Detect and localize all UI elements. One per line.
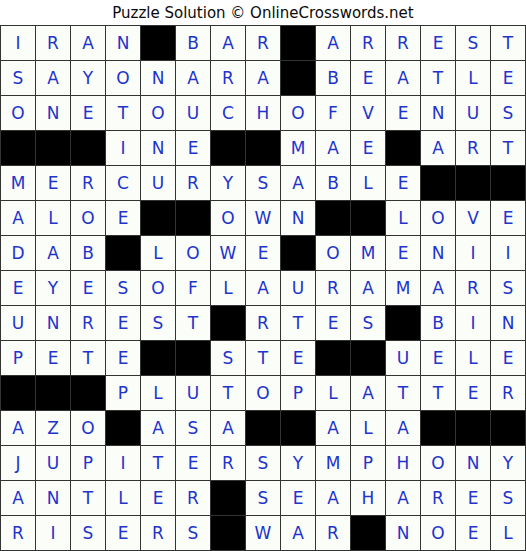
black-cell-r9c7: [211, 306, 245, 340]
grid-cell-r1c15[interactable]: T: [491, 26, 525, 60]
grid-cell-r5c12[interactable]: E: [386, 166, 420, 200]
black-cell-r10c10: [316, 341, 350, 375]
grid-cell-r6c7[interactable]: O: [211, 201, 245, 235]
grid-cell-r11c8[interactable]: O: [246, 376, 280, 410]
grid-cell-r7c3[interactable]: B: [71, 236, 105, 270]
grid-cell-r11c11[interactable]: A: [351, 376, 385, 410]
black-cell-r12c14: [456, 411, 490, 445]
grid-cell-r8c6[interactable]: F: [176, 271, 210, 305]
grid-cell-r2c14[interactable]: L: [456, 61, 490, 95]
grid-cell-r2c15[interactable]: E: [491, 61, 525, 95]
black-cell-r5c15: [491, 166, 525, 200]
grid-cell-r8c8[interactable]: A: [246, 271, 280, 305]
grid-cell-r12c10[interactable]: A: [316, 411, 350, 445]
grid-cell-r3c10[interactable]: F: [316, 96, 350, 130]
grid-cell-r14c15[interactable]: S: [491, 481, 525, 515]
grid-cell-r7c14[interactable]: I: [456, 236, 490, 270]
grid-cell-r13c5[interactable]: T: [141, 446, 175, 480]
grid-cell-r13c14[interactable]: N: [456, 446, 490, 480]
grid-cell-r4c4[interactable]: I: [106, 131, 140, 165]
black-cell-r6c5: [141, 201, 175, 235]
grid-cell-r14c9[interactable]: E: [281, 481, 315, 515]
grid-cell-r7c10[interactable]: O: [316, 236, 350, 270]
grid-cell-r3c1[interactable]: O: [1, 96, 35, 130]
grid-cell-r10c3[interactable]: T: [71, 341, 105, 375]
grid-cell-r6c13[interactable]: O: [421, 201, 455, 235]
grid-cell-r4c14[interactable]: R: [456, 131, 490, 165]
grid-cell-r2c10[interactable]: B: [316, 61, 350, 95]
grid-cell-r14c2[interactable]: N: [36, 481, 70, 515]
black-cell-r12c13: [421, 411, 455, 445]
grid-cell-r13c2[interactable]: U: [36, 446, 70, 480]
grid-cell-r5c6[interactable]: R: [176, 166, 210, 200]
grid-cell-r14c12[interactable]: A: [386, 481, 420, 515]
grid-cell-r3c14[interactable]: U: [456, 96, 490, 130]
grid-cell-r8c7[interactable]: L: [211, 271, 245, 305]
black-cell-r12c9: [281, 411, 315, 445]
grid-cell-r2c5[interactable]: N: [141, 61, 175, 95]
grid-cell-r11c9[interactable]: P: [281, 376, 315, 410]
black-cell-r7c9: [281, 236, 315, 270]
grid-cell-r4c15[interactable]: T: [491, 131, 525, 165]
grid-cell-r3c4[interactable]: T: [106, 96, 140, 130]
grid-cell-r14c5[interactable]: E: [141, 481, 175, 515]
black-cell-r15c7: [211, 516, 245, 550]
grid-cell-r13c1[interactable]: J: [1, 446, 35, 480]
grid-cell-r9c2[interactable]: N: [36, 306, 70, 340]
grid-cell-r14c4[interactable]: L: [106, 481, 140, 515]
grid-cell-r5c3[interactable]: R: [71, 166, 105, 200]
grid-cell-r13c3[interactable]: P: [71, 446, 105, 480]
grid-cell-r11c10[interactable]: L: [316, 376, 350, 410]
grid-cell-r3c13[interactable]: N: [421, 96, 455, 130]
grid-cell-r8c5[interactable]: O: [141, 271, 175, 305]
grid-cell-r9c5[interactable]: S: [141, 306, 175, 340]
grid-cell-r8c14[interactable]: R: [456, 271, 490, 305]
grid-cell-r5c2[interactable]: E: [36, 166, 70, 200]
grid-cell-r14c6[interactable]: R: [176, 481, 210, 515]
grid-cell-r1c8[interactable]: R: [246, 26, 280, 60]
grid-cell-r2c11[interactable]: E: [351, 61, 385, 95]
grid-cell-r5c5[interactable]: U: [141, 166, 175, 200]
black-cell-r4c12: [386, 131, 420, 165]
grid-cell-r8c9[interactable]: U: [281, 271, 315, 305]
grid-cell-r2c7[interactable]: R: [211, 61, 245, 95]
grid-cell-r14c3[interactable]: T: [71, 481, 105, 515]
grid-cell-r7c8[interactable]: E: [246, 236, 280, 270]
grid-cell-r4c5[interactable]: N: [141, 131, 175, 165]
grid-cell-r2c13[interactable]: T: [421, 61, 455, 95]
grid-cell-r7c11[interactable]: M: [351, 236, 385, 270]
grid-cell-r10c13[interactable]: E: [421, 341, 455, 375]
grid-cell-r1c3[interactable]: A: [71, 26, 105, 60]
grid-cell-r4c11[interactable]: E: [351, 131, 385, 165]
black-cell-r4c3: [71, 131, 105, 165]
grid-cell-r13c15[interactable]: Y: [491, 446, 525, 480]
grid-cell-r15c9[interactable]: A: [281, 516, 315, 550]
grid-cell-r2c4[interactable]: O: [106, 61, 140, 95]
grid-cell-r15c2[interactable]: I: [36, 516, 70, 550]
grid-cell-r11c4[interactable]: P: [106, 376, 140, 410]
grid-cell-r6c4[interactable]: E: [106, 201, 140, 235]
grid-cell-r6c9[interactable]: N: [281, 201, 315, 235]
grid-cell-r3c11[interactable]: V: [351, 96, 385, 130]
grid-cell-r10c2[interactable]: E: [36, 341, 70, 375]
grid-cell-r6c12[interactable]: L: [386, 201, 420, 235]
grid-cell-r12c11[interactable]: L: [351, 411, 385, 445]
black-cell-r10c5: [141, 341, 175, 375]
grid-cell-r13c7[interactable]: R: [211, 446, 245, 480]
grid-cell-r8c2[interactable]: Y: [36, 271, 70, 305]
grid-cell-r1c13[interactable]: E: [421, 26, 455, 60]
grid-cell-r8c12[interactable]: M: [386, 271, 420, 305]
grid-cell-r7c7[interactable]: W: [211, 236, 245, 270]
grid-cell-r15c10[interactable]: R: [316, 516, 350, 550]
grid-cell-r1c2[interactable]: R: [36, 26, 70, 60]
black-cell-r10c11: [351, 341, 385, 375]
grid-cell-r1c11[interactable]: R: [351, 26, 385, 60]
grid-cell-r12c12[interactable]: A: [386, 411, 420, 445]
black-cell-r12c15: [491, 411, 525, 445]
grid-cell-r5c7[interactable]: Y: [211, 166, 245, 200]
grid-cell-r10c9[interactable]: E: [281, 341, 315, 375]
grid-cell-r13c4[interactable]: I: [106, 446, 140, 480]
grid-cell-r11c15[interactable]: R: [491, 376, 525, 410]
grid-cell-r7c15[interactable]: I: [491, 236, 525, 270]
grid-cell-r7c1[interactable]: D: [1, 236, 35, 270]
grid-cell-r2c2[interactable]: A: [36, 61, 70, 95]
grid-cell-r3c6[interactable]: U: [176, 96, 210, 130]
grid-cell-r1c4[interactable]: N: [106, 26, 140, 60]
page-title: Puzzle Solution © OnlineCrosswords.net: [0, 0, 526, 25]
grid-cell-r8c15[interactable]: S: [491, 271, 525, 305]
grid-cell-r7c13[interactable]: N: [421, 236, 455, 270]
black-cell-r6c10: [316, 201, 350, 235]
grid-cell-r14c13[interactable]: R: [421, 481, 455, 515]
grid-cell-r14c10[interactable]: A: [316, 481, 350, 515]
grid-cell-r11c6[interactable]: U: [176, 376, 210, 410]
grid-cell-r5c11[interactable]: L: [351, 166, 385, 200]
grid-cell-r11c12[interactable]: T: [386, 376, 420, 410]
black-cell-r4c8: [246, 131, 280, 165]
grid-cell-r10c8[interactable]: T: [246, 341, 280, 375]
black-cell-r6c11: [351, 201, 385, 235]
grid-cell-r3c12[interactable]: E: [386, 96, 420, 130]
black-cell-r4c2: [36, 131, 70, 165]
grid-cell-r3c15[interactable]: S: [491, 96, 525, 130]
grid-cell-r3c7[interactable]: C: [211, 96, 245, 130]
grid-cell-r10c7[interactable]: S: [211, 341, 245, 375]
grid-cell-r7c6[interactable]: O: [176, 236, 210, 270]
grid-cell-r15c5[interactable]: R: [141, 516, 175, 550]
black-cell-r11c2: [36, 376, 70, 410]
grid-cell-r15c8[interactable]: W: [246, 516, 280, 550]
grid-cell-r14c8[interactable]: S: [246, 481, 280, 515]
grid-cell-r9c8[interactable]: R: [246, 306, 280, 340]
black-cell-r11c3: [71, 376, 105, 410]
black-cell-r5c13: [421, 166, 455, 200]
grid-cell-r6c2[interactable]: L: [36, 201, 70, 235]
grid-cell-r10c1[interactable]: P: [1, 341, 35, 375]
grid-cell-r14c11[interactable]: H: [351, 481, 385, 515]
grid-cell-r2c6[interactable]: A: [176, 61, 210, 95]
grid-cell-r9c15[interactable]: N: [491, 306, 525, 340]
grid-cell-r9c9[interactable]: T: [281, 306, 315, 340]
grid-cell-r7c5[interactable]: L: [141, 236, 175, 270]
black-cell-r14c7: [211, 481, 245, 515]
black-cell-r9c12: [386, 306, 420, 340]
grid-cell-r7c2[interactable]: A: [36, 236, 70, 270]
grid-cell-r7c12[interactable]: E: [386, 236, 420, 270]
black-cell-r7c4: [106, 236, 140, 270]
black-cell-r1c9: [281, 26, 315, 60]
grid-cell-r13c6[interactable]: E: [176, 446, 210, 480]
grid-cell-r1c7[interactable]: A: [211, 26, 245, 60]
grid-cell-r15c6[interactable]: S: [176, 516, 210, 550]
black-cell-r2c9: [281, 61, 315, 95]
grid-cell-r10c14[interactable]: L: [456, 341, 490, 375]
grid-cell-r8c1[interactable]: E: [1, 271, 35, 305]
grid-cell-r10c12[interactable]: U: [386, 341, 420, 375]
grid-cell-r6c3[interactable]: O: [71, 201, 105, 235]
grid-cell-r6c15[interactable]: E: [491, 201, 525, 235]
grid-cell-r13c13[interactable]: O: [421, 446, 455, 480]
grid-cell-r10c4[interactable]: E: [106, 341, 140, 375]
crossword-grid: IRANBARARRESTSAYONARABEATLEONETOUCHOFVEN…: [0, 25, 526, 551]
grid-cell-r9c4[interactable]: E: [106, 306, 140, 340]
grid-cell-r13c9[interactable]: Y: [281, 446, 315, 480]
black-cell-r12c8: [246, 411, 280, 445]
grid-cell-r4c10[interactable]: A: [316, 131, 350, 165]
grid-cell-r5c4[interactable]: C: [106, 166, 140, 200]
grid-cell-r8c11[interactable]: A: [351, 271, 385, 305]
grid-cell-r9c3[interactable]: R: [71, 306, 105, 340]
grid-cell-r1c10[interactable]: A: [316, 26, 350, 60]
grid-cell-r2c12[interactable]: A: [386, 61, 420, 95]
grid-cell-r12c5[interactable]: A: [141, 411, 175, 445]
grid-cell-r6c8[interactable]: W: [246, 201, 280, 235]
grid-cell-r8c10[interactable]: R: [316, 271, 350, 305]
grid-cell-r12c7[interactable]: A: [211, 411, 245, 445]
grid-cell-r4c13[interactable]: A: [421, 131, 455, 165]
grid-cell-r9c13[interactable]: B: [421, 306, 455, 340]
grid-cell-r5c9[interactable]: A: [281, 166, 315, 200]
black-cell-r4c7: [211, 131, 245, 165]
black-cell-r1c5: [141, 26, 175, 60]
grid-cell-r2c3[interactable]: Y: [71, 61, 105, 95]
grid-cell-r2c8[interactable]: A: [246, 61, 280, 95]
grid-cell-r3c3[interactable]: E: [71, 96, 105, 130]
grid-cell-r6c1[interactable]: A: [1, 201, 35, 235]
grid-cell-r1c12[interactable]: R: [386, 26, 420, 60]
grid-cell-r5c8[interactable]: S: [246, 166, 280, 200]
black-cell-r6c6: [176, 201, 210, 235]
grid-cell-r3c5[interactable]: O: [141, 96, 175, 130]
black-cell-r10c6: [176, 341, 210, 375]
grid-cell-r9c1[interactable]: U: [1, 306, 35, 340]
black-cell-r15c11: [351, 516, 385, 550]
grid-cell-r12c3[interactable]: O: [71, 411, 105, 445]
black-cell-r4c1: [1, 131, 35, 165]
grid-cell-r13c8[interactable]: S: [246, 446, 280, 480]
grid-cell-r8c3[interactable]: E: [71, 271, 105, 305]
grid-cell-r15c1[interactable]: R: [1, 516, 35, 550]
grid-cell-r3c8[interactable]: H: [246, 96, 280, 130]
grid-cell-r12c6[interactable]: S: [176, 411, 210, 445]
grid-cell-r12c2[interactable]: Z: [36, 411, 70, 445]
grid-cell-r11c13[interactable]: T: [421, 376, 455, 410]
grid-cell-r9c11[interactable]: S: [351, 306, 385, 340]
grid-cell-r3c2[interactable]: N: [36, 96, 70, 130]
grid-cell-r9c10[interactable]: E: [316, 306, 350, 340]
grid-cell-r6c14[interactable]: V: [456, 201, 490, 235]
grid-cell-r15c13[interactable]: O: [421, 516, 455, 550]
grid-cell-r13c10[interactable]: M: [316, 446, 350, 480]
black-cell-r11c1: [1, 376, 35, 410]
grid-cell-r2c1[interactable]: S: [1, 61, 35, 95]
grid-cell-r4c6[interactable]: E: [176, 131, 210, 165]
grid-cell-r13c11[interactable]: P: [351, 446, 385, 480]
grid-cell-r15c4[interactable]: E: [106, 516, 140, 550]
grid-cell-r15c14[interactable]: E: [456, 516, 490, 550]
grid-cell-r1c6[interactable]: B: [176, 26, 210, 60]
grid-cell-r1c1[interactable]: I: [1, 26, 35, 60]
grid-cell-r8c4[interactable]: S: [106, 271, 140, 305]
grid-cell-r12c1[interactable]: A: [1, 411, 35, 445]
grid-cell-r5c10[interactable]: B: [316, 166, 350, 200]
grid-cell-r14c1[interactable]: A: [1, 481, 35, 515]
black-cell-r12c4: [106, 411, 140, 445]
grid-cell-r14c14[interactable]: E: [456, 481, 490, 515]
grid-cell-r4c9[interactable]: M: [281, 131, 315, 165]
grid-cell-r8c13[interactable]: A: [421, 271, 455, 305]
grid-cell-r11c7[interactable]: T: [211, 376, 245, 410]
grid-cell-r10c15[interactable]: E: [491, 341, 525, 375]
grid-cell-r15c15[interactable]: L: [491, 516, 525, 550]
grid-cell-r1c14[interactable]: S: [456, 26, 490, 60]
grid-cell-r11c14[interactable]: E: [456, 376, 490, 410]
grid-cell-r15c12[interactable]: N: [386, 516, 420, 550]
grid-cell-r3c9[interactable]: O: [281, 96, 315, 130]
grid-cell-r11c5[interactable]: L: [141, 376, 175, 410]
grid-cell-r9c6[interactable]: T: [176, 306, 210, 340]
grid-cell-r13c12[interactable]: H: [386, 446, 420, 480]
black-cell-r5c14: [456, 166, 490, 200]
grid-cell-r15c3[interactable]: S: [71, 516, 105, 550]
grid-cell-r9c14[interactable]: I: [456, 306, 490, 340]
grid-cell-r5c1[interactable]: M: [1, 166, 35, 200]
